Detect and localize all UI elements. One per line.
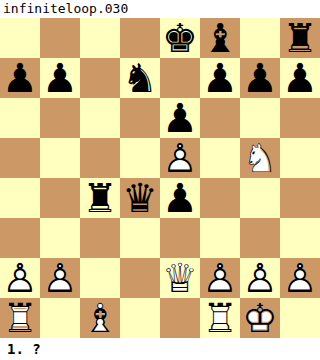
piece-black-pawn[interactable]: ♟ [0,58,40,98]
piece-outline: ♙ [0,258,40,298]
square-h2[interactable]: ♟♙ [280,258,320,298]
piece-black-queen[interactable]: ♛ [120,178,160,218]
square-b2[interactable]: ♟♙ [40,258,80,298]
square-g6[interactable] [240,98,280,138]
square-g8[interactable] [240,18,280,58]
square-a1[interactable]: ♜♖ [0,298,40,338]
square-e5[interactable]: ♟♙ [160,138,200,178]
square-d7[interactable]: ♞ [120,58,160,98]
piece-white-rook[interactable]: ♜♖ [0,298,40,338]
piece-white-knight[interactable]: ♞♘ [240,138,280,178]
square-b4[interactable] [40,178,80,218]
piece-black-bishop[interactable]: ♝ [200,18,240,58]
square-f6[interactable] [200,98,240,138]
piece-black-rook[interactable]: ♜ [280,18,320,58]
piece-outline: ♙ [280,258,320,298]
piece-white-king[interactable]: ♚♔ [240,298,280,338]
piece-black-rook[interactable]: ♜ [80,178,120,218]
piece-outline: ♙ [40,258,80,298]
square-e4[interactable]: ♟ [160,178,200,218]
piece-outline: ♙ [240,258,280,298]
square-d3[interactable] [120,218,160,258]
square-e6[interactable]: ♟ [160,98,200,138]
piece-white-pawn[interactable]: ♟♙ [280,258,320,298]
piece-white-rook[interactable]: ♜♖ [200,298,240,338]
square-h5[interactable] [280,138,320,178]
square-c4[interactable]: ♜ [80,178,120,218]
piece-white-pawn[interactable]: ♟♙ [160,138,200,178]
square-d5[interactable] [120,138,160,178]
square-b1[interactable] [40,298,80,338]
piece-white-bishop[interactable]: ♝♗ [80,298,120,338]
square-e3[interactable] [160,218,200,258]
piece-outline: ♗ [80,298,120,338]
page-title: infiniteloop.030 [3,0,128,18]
square-e7[interactable] [160,58,200,98]
square-c2[interactable] [80,258,120,298]
square-f4[interactable] [200,178,240,218]
square-d2[interactable] [120,258,160,298]
square-c8[interactable] [80,18,120,58]
square-f1[interactable]: ♜♖ [200,298,240,338]
piece-white-queen[interactable]: ♛♕ [160,258,200,298]
piece-white-pawn[interactable]: ♟♙ [40,258,80,298]
square-d8[interactable] [120,18,160,58]
square-c6[interactable] [80,98,120,138]
square-a4[interactable] [0,178,40,218]
square-f3[interactable] [200,218,240,258]
piece-black-pawn[interactable]: ♟ [280,58,320,98]
square-f7[interactable]: ♟ [200,58,240,98]
square-h1[interactable] [280,298,320,338]
square-f5[interactable] [200,138,240,178]
square-a7[interactable]: ♟ [0,58,40,98]
square-b6[interactable] [40,98,80,138]
piece-black-pawn[interactable]: ♟ [200,58,240,98]
square-d4[interactable]: ♛ [120,178,160,218]
square-g5[interactable]: ♞♘ [240,138,280,178]
square-f2[interactable]: ♟♙ [200,258,240,298]
piece-black-knight[interactable]: ♞ [120,58,160,98]
piece-outline: ♖ [200,298,240,338]
square-a3[interactable] [0,218,40,258]
piece-black-pawn[interactable]: ♟ [40,58,80,98]
move-line: 1. ? [0,338,320,360]
square-b7[interactable]: ♟ [40,58,80,98]
square-f8[interactable]: ♝ [200,18,240,58]
title-bar: infiniteloop.030 [0,0,320,18]
square-a8[interactable] [0,18,40,58]
square-e2[interactable]: ♛♕ [160,258,200,298]
square-c3[interactable] [80,218,120,258]
square-g4[interactable] [240,178,280,218]
square-h8[interactable]: ♜ [280,18,320,58]
chess-diagram-window: infiniteloop.030 ♚♝♜♟♟♞♟♟♟♟♟♙♞♘♜♛♟♟♙♟♙♛♕… [0,0,320,360]
move-prompt: 1. ? [7,341,41,357]
square-b5[interactable] [40,138,80,178]
square-h6[interactable] [280,98,320,138]
square-g7[interactable]: ♟ [240,58,280,98]
piece-white-pawn[interactable]: ♟♙ [200,258,240,298]
square-a6[interactable] [0,98,40,138]
piece-outline: ♘ [240,138,280,178]
square-d6[interactable] [120,98,160,138]
piece-black-king[interactable]: ♚ [160,18,200,58]
square-h3[interactable] [280,218,320,258]
piece-outline: ♕ [160,258,200,298]
square-b8[interactable] [40,18,80,58]
square-e1[interactable] [160,298,200,338]
chess-board: ♚♝♜♟♟♞♟♟♟♟♟♙♞♘♜♛♟♟♙♟♙♛♕♟♙♟♙♟♙♜♖♝♗♜♖♚♔ [0,18,320,338]
square-b3[interactable] [40,218,80,258]
piece-white-pawn[interactable]: ♟♙ [0,258,40,298]
square-a5[interactable] [0,138,40,178]
piece-black-pawn[interactable]: ♟ [240,58,280,98]
piece-white-pawn[interactable]: ♟♙ [240,258,280,298]
square-c7[interactable] [80,58,120,98]
square-a2[interactable]: ♟♙ [0,258,40,298]
square-g3[interactable] [240,218,280,258]
piece-black-pawn[interactable]: ♟ [160,178,200,218]
square-h4[interactable] [280,178,320,218]
square-g1[interactable]: ♚♔ [240,298,280,338]
square-g2[interactable]: ♟♙ [240,258,280,298]
square-e8[interactable]: ♚ [160,18,200,58]
square-d1[interactable] [120,298,160,338]
piece-outline: ♙ [200,258,240,298]
square-c5[interactable] [80,138,120,178]
square-c1[interactable]: ♝♗ [80,298,120,338]
piece-outline: ♙ [160,138,200,178]
piece-black-pawn[interactable]: ♟ [160,98,200,138]
piece-outline: ♔ [240,298,280,338]
square-h7[interactable]: ♟ [280,58,320,98]
piece-outline: ♖ [0,298,40,338]
